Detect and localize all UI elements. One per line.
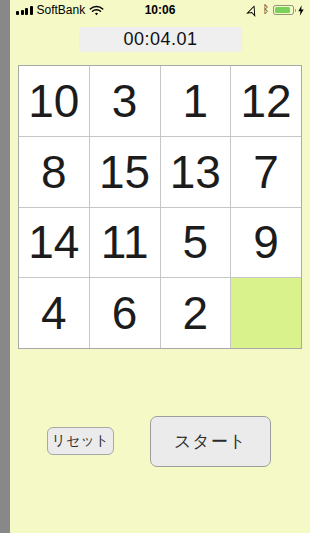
tile-7[interactable]: 7 — [231, 137, 301, 207]
status-bar: SoftBank 10:06 ᛒ — [10, 0, 310, 20]
status-bar-right: ᛒ — [247, 5, 304, 16]
tile-3[interactable]: 3 — [90, 66, 160, 136]
tile-10[interactable]: 10 — [19, 66, 89, 136]
app-screen: SoftBank 10:06 ᛒ 00:04.01 1031128151371 — [10, 0, 310, 533]
tile-2[interactable]: 2 — [161, 278, 231, 348]
puzzle-board: 103112815137141159462 — [18, 65, 302, 349]
status-bar-left: SoftBank — [16, 3, 104, 17]
empty-cell — [231, 278, 301, 348]
tile-1[interactable]: 1 — [161, 66, 231, 136]
status-time: 10:06 — [145, 0, 176, 20]
tile-14[interactable]: 14 — [19, 208, 89, 278]
tile-11[interactable]: 11 — [90, 208, 160, 278]
timer-display: 00:04.01 — [79, 27, 242, 52]
tile-4[interactable]: 4 — [19, 278, 89, 348]
tile-13[interactable]: 13 — [161, 137, 231, 207]
start-button[interactable]: スタート — [150, 416, 271, 467]
tile-6[interactable]: 6 — [90, 278, 160, 348]
charging-bolt-icon — [298, 5, 304, 16]
tile-5[interactable]: 5 — [161, 208, 231, 278]
tile-15[interactable]: 15 — [90, 137, 160, 207]
carrier-label: SoftBank — [37, 3, 86, 17]
tile-12[interactable]: 12 — [231, 66, 301, 136]
battery-icon — [273, 5, 294, 15]
battery-fill — [275, 7, 290, 13]
signal-strength-icon — [16, 5, 33, 15]
location-arrow-icon — [246, 3, 260, 17]
tile-9[interactable]: 9 — [231, 208, 301, 278]
battery-tip — [295, 9, 297, 13]
wifi-icon — [89, 5, 104, 16]
tile-8[interactable]: 8 — [19, 137, 89, 207]
bluetooth-icon: ᛒ — [262, 5, 269, 15]
reset-button[interactable]: リセット — [47, 427, 114, 455]
